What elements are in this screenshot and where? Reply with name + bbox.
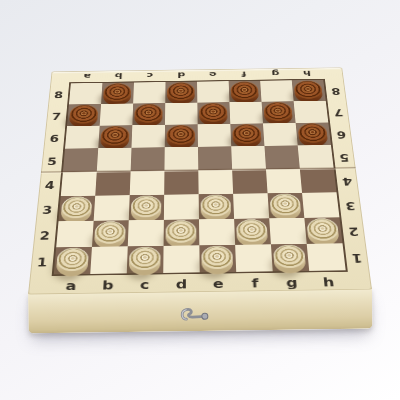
square-a1[interactable] [54, 247, 92, 275]
clasp-hook-icon [178, 303, 216, 326]
square-e3[interactable] [199, 194, 234, 220]
rank-label-1: 1 [30, 249, 54, 276]
rank-label-3: 3 [36, 198, 59, 223]
square-e4[interactable] [198, 170, 233, 195]
rank-label-right-1: 1 [345, 244, 370, 271]
file-label-top-h: h [291, 68, 324, 79]
square-a7[interactable] [67, 104, 101, 126]
piece-light-g3[interactable] [269, 193, 301, 215]
square-h7[interactable] [294, 101, 329, 123]
piece-light-e3[interactable] [201, 194, 232, 216]
piece-light-c1[interactable] [129, 247, 161, 271]
piece-dark-a7[interactable] [69, 105, 98, 124]
square-f1[interactable] [235, 244, 273, 272]
square-e6[interactable] [198, 124, 232, 147]
checkers-box-scene: abcdefgh abcdefgh 87654321 87654321 [0, 0, 400, 400]
square-g8[interactable] [260, 80, 293, 101]
piece-light-c3[interactable] [131, 195, 162, 217]
piece-dark-d8[interactable] [167, 82, 195, 100]
square-c3[interactable] [129, 195, 164, 221]
file-label-top-a: a [71, 71, 103, 82]
square-a8[interactable] [69, 83, 102, 104]
square-c2[interactable] [128, 220, 164, 247]
square-a4[interactable] [61, 172, 97, 197]
rank-label-right-2: 2 [342, 218, 366, 244]
square-b3[interactable] [94, 195, 130, 221]
square-e7[interactable] [197, 102, 230, 124]
piece-dark-b8[interactable] [103, 83, 131, 102]
piece-dark-h8[interactable] [293, 80, 322, 98]
square-f5[interactable] [231, 146, 266, 170]
piece-dark-g7[interactable] [263, 102, 292, 121]
square-d4[interactable] [164, 170, 198, 195]
square-c7[interactable] [132, 103, 165, 125]
checkers-board: abcdefgh abcdefgh 87654321 87654321 [28, 67, 372, 294]
square-e1[interactable] [199, 245, 236, 273]
piece-light-f2[interactable] [236, 219, 268, 242]
square-g5[interactable] [264, 145, 299, 169]
file-label-top-c: c [134, 70, 166, 81]
square-h2[interactable] [304, 217, 342, 243]
piece-light-a1[interactable] [56, 248, 89, 272]
square-g6[interactable] [263, 123, 298, 146]
square-b6[interactable] [98, 125, 132, 148]
square-f3[interactable] [233, 193, 269, 219]
square-b2[interactable] [92, 220, 129, 247]
square-h5[interactable] [298, 145, 334, 169]
square-b5[interactable] [97, 148, 132, 172]
rank-label-right-3: 3 [339, 193, 363, 218]
square-e5[interactable] [198, 146, 232, 170]
piece-light-b2[interactable] [94, 221, 126, 244]
rank-label-6: 6 [43, 127, 65, 150]
rank-label-right-7: 7 [328, 102, 350, 124]
square-d2[interactable] [164, 219, 200, 246]
rank-label-right-5: 5 [333, 146, 356, 170]
file-label-a: a [52, 277, 90, 294]
rank-label-right-4: 4 [336, 169, 359, 193]
square-a5[interactable] [63, 148, 98, 172]
file-label-top-g: g [259, 68, 291, 79]
square-c5[interactable] [131, 147, 165, 171]
square-d7[interactable] [165, 103, 198, 125]
file-label-f: f [236, 274, 274, 291]
square-g2[interactable] [269, 218, 306, 244]
photo-canvas: abcdefgh abcdefgh 87654321 87654321 [0, 0, 400, 400]
square-a2[interactable] [56, 221, 93, 248]
file-label-d: d [163, 275, 200, 292]
square-b4[interactable] [95, 171, 130, 196]
square-g7[interactable] [262, 101, 296, 123]
file-label-e: e [200, 275, 237, 292]
square-b1[interactable] [90, 246, 128, 274]
square-c4[interactable] [130, 171, 165, 196]
square-f8[interactable] [229, 81, 262, 102]
piece-light-g1[interactable] [273, 245, 306, 269]
square-g4[interactable] [266, 169, 302, 194]
box-front-side [28, 288, 373, 334]
file-label-h: h [309, 273, 348, 290]
piece-light-h2[interactable] [306, 218, 339, 241]
square-c8[interactable] [133, 82, 165, 103]
square-a3[interactable] [59, 196, 96, 222]
square-d6[interactable] [165, 124, 198, 147]
piece-dark-h6[interactable] [297, 123, 327, 143]
square-c6[interactable] [131, 125, 165, 148]
square-f7[interactable] [229, 102, 263, 124]
square-h3[interactable] [302, 192, 339, 218]
square-h1[interactable] [307, 243, 346, 271]
square-c1[interactable] [127, 246, 164, 274]
piece-dark-f6[interactable] [232, 124, 261, 144]
square-d3[interactable] [164, 194, 199, 220]
file-label-top-f: f [228, 69, 260, 80]
square-h4[interactable] [300, 168, 337, 193]
piece-light-e1[interactable] [201, 246, 233, 270]
piece-light-d2[interactable] [166, 220, 197, 243]
square-e2[interactable] [199, 219, 235, 246]
rank-label-4: 4 [38, 173, 61, 198]
square-g1[interactable] [271, 244, 309, 272]
rank-label-right-8: 8 [325, 81, 347, 102]
rank-label-7: 7 [46, 106, 67, 128]
piece-dark-d6[interactable] [167, 125, 196, 145]
rank-label-2: 2 [33, 223, 57, 249]
board-squares [52, 79, 348, 276]
square-a6[interactable] [65, 126, 100, 149]
file-label-top-d: d [166, 70, 198, 81]
file-label-b: b [89, 276, 127, 293]
file-label-top-b: b [102, 70, 134, 81]
piece-dark-b6[interactable] [100, 126, 129, 146]
square-g3[interactable] [268, 193, 305, 219]
file-label-c: c [126, 276, 163, 293]
piece-dark-e7[interactable] [199, 103, 227, 122]
piece-dark-f8[interactable] [230, 81, 258, 99]
file-label-top-e: e [197, 69, 229, 80]
piece-light-a3[interactable] [61, 196, 93, 218]
square-f4[interactable] [232, 169, 267, 194]
square-d1[interactable] [163, 245, 199, 273]
square-h6[interactable] [296, 122, 331, 145]
file-label-g: g [273, 274, 311, 291]
square-b7[interactable] [100, 104, 133, 126]
square-b8[interactable] [101, 83, 134, 104]
rank-label-8: 8 [48, 85, 69, 106]
rank-label-5: 5 [41, 150, 63, 174]
rank-label-right-6: 6 [330, 123, 352, 146]
piece-dark-c7[interactable] [134, 104, 162, 123]
square-f6[interactable] [230, 123, 264, 146]
square-h8[interactable] [292, 80, 326, 101]
square-d8[interactable] [165, 82, 197, 103]
square-f2[interactable] [234, 218, 271, 245]
square-e8[interactable] [197, 81, 229, 102]
square-d5[interactable] [164, 147, 198, 171]
